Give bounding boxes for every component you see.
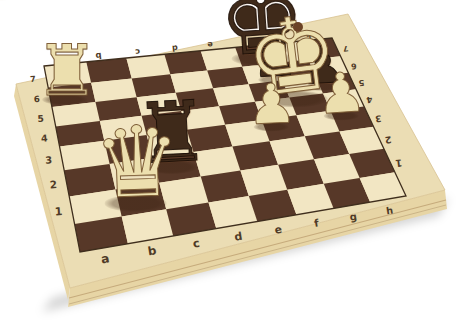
coord-left-4: 4 [41,132,49,143]
chess-board-photo: aabbccddeeffgghh1122334455667788 ♞♚♟♟♚♜♟… [0,0,465,320]
square-e8 [201,47,243,70]
coord-left-3: 3 [45,154,53,165]
coord-right-7: 7 [342,44,348,54]
board-svg: aabbccddeeffgghh1122334455667788 [0,0,465,320]
coord-top-b: b [95,51,102,62]
coord-top-g: g [273,33,279,43]
coord-left-1: 1 [54,205,63,219]
coord-top-e: e [207,40,213,50]
coord-top-c: c [135,47,141,57]
coord-left-7: 7 [30,73,37,83]
coord-left-2: 2 [49,178,57,190]
coord-left-6: 6 [33,94,40,104]
coord-right-3: 3 [374,113,381,124]
coord-top-h: h [305,30,311,40]
coord-right-4: 4 [366,95,373,106]
coord-left-5: 5 [37,113,44,123]
coord-right-8: 8 [0,0,6,4]
coord-top-a: a [54,55,61,66]
coord-right-2: 2 [384,134,392,146]
